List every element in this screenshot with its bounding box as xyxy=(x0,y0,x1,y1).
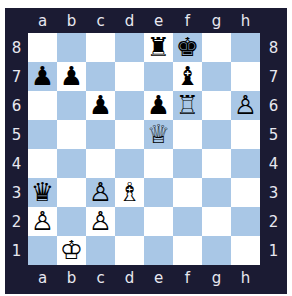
square-b5[interactable] xyxy=(57,120,86,149)
square-a4[interactable] xyxy=(28,149,57,178)
piece-white-rook-f6[interactable]: ♖ xyxy=(176,91,199,120)
rank-label-2: 2 xyxy=(5,207,28,236)
square-b1[interactable]: ♔ xyxy=(57,236,86,265)
square-f4[interactable] xyxy=(173,149,202,178)
rank-label-7: 7 xyxy=(260,62,287,91)
square-c4[interactable] xyxy=(86,149,115,178)
file-label-c: c xyxy=(86,8,115,33)
square-f6[interactable]: ♖ xyxy=(173,91,202,120)
piece-black-rook-e8[interactable]: ♜ xyxy=(147,33,170,62)
rank-label-3: 3 xyxy=(5,178,28,207)
rank-label-8: 8 xyxy=(5,33,28,62)
square-d2[interactable] xyxy=(115,207,144,236)
piece-black-pawn-e6[interactable]: ♟ xyxy=(147,91,170,120)
rank-label-5: 5 xyxy=(260,120,287,149)
rank-label-2: 2 xyxy=(260,207,287,236)
square-c1[interactable] xyxy=(86,236,115,265)
square-a6[interactable] xyxy=(28,91,57,120)
rank-label-3: 3 xyxy=(260,178,287,207)
square-e5[interactable]: ♕ xyxy=(144,120,173,149)
rank-label-6: 6 xyxy=(5,91,28,120)
square-b6[interactable] xyxy=(57,91,86,120)
square-h3[interactable] xyxy=(231,178,260,207)
file-label-f: f xyxy=(173,265,202,294)
rank-label-6: 6 xyxy=(260,91,287,120)
rank-label-4: 4 xyxy=(5,149,28,178)
rank-label-1: 1 xyxy=(5,236,28,265)
piece-white-pawn-a2[interactable]: ♙ xyxy=(31,207,54,236)
square-g1[interactable] xyxy=(202,236,231,265)
square-d6[interactable] xyxy=(115,91,144,120)
rank-label-4: 4 xyxy=(260,149,287,178)
piece-white-king-b1[interactable]: ♔ xyxy=(60,236,83,265)
rank-label-8: 8 xyxy=(260,33,287,62)
square-e7[interactable] xyxy=(144,62,173,91)
square-g8[interactable] xyxy=(202,33,231,62)
square-f7[interactable]: ♝ xyxy=(173,62,202,91)
file-label-g: g xyxy=(202,8,231,33)
rank-label-7: 7 xyxy=(5,62,28,91)
square-b3[interactable] xyxy=(57,178,86,207)
square-d3[interactable]: ♗ xyxy=(115,178,144,207)
square-h4[interactable] xyxy=(231,149,260,178)
chess-board: ♜♚♟♟♝♟♟♖♙♕♛♙♗♙♙♔ xyxy=(28,33,260,265)
rank-labels-left: 87654321 xyxy=(5,33,28,265)
square-e1[interactable] xyxy=(144,236,173,265)
file-labels-bottom: abcdefgh xyxy=(28,265,260,294)
rank-label-1: 1 xyxy=(260,236,287,265)
file-label-e: e xyxy=(144,265,173,294)
square-e3[interactable] xyxy=(144,178,173,207)
square-c2[interactable]: ♙ xyxy=(86,207,115,236)
chess-diagram: abcdefgh 87654321 ♜♚♟♟♝♟♟♖♙♕♛♙♗♙♙♔ 87654… xyxy=(0,0,292,296)
file-label-c: c xyxy=(86,265,115,294)
piece-black-queen-a3[interactable]: ♛ xyxy=(31,178,54,207)
square-g7[interactable] xyxy=(202,62,231,91)
square-h7[interactable] xyxy=(231,62,260,91)
square-e4[interactable] xyxy=(144,149,173,178)
file-label-h: h xyxy=(231,8,260,33)
file-label-e: e xyxy=(144,8,173,33)
square-a1[interactable] xyxy=(28,236,57,265)
square-a3[interactable]: ♛ xyxy=(28,178,57,207)
square-g6[interactable] xyxy=(202,91,231,120)
square-a5[interactable] xyxy=(28,120,57,149)
square-f8[interactable]: ♚ xyxy=(173,33,202,62)
square-c3[interactable]: ♙ xyxy=(86,178,115,207)
square-e8[interactable]: ♜ xyxy=(144,33,173,62)
square-d8[interactable] xyxy=(115,33,144,62)
square-b4[interactable] xyxy=(57,149,86,178)
piece-black-bishop-f7[interactable]: ♝ xyxy=(176,62,199,91)
file-label-b: b xyxy=(57,8,86,33)
square-b8[interactable] xyxy=(57,33,86,62)
file-label-d: d xyxy=(115,265,144,294)
file-label-d: d xyxy=(115,8,144,33)
square-e6[interactable]: ♟ xyxy=(144,91,173,120)
rank-label-5: 5 xyxy=(5,120,28,149)
piece-black-pawn-a7[interactable]: ♟ xyxy=(31,62,54,91)
square-h6[interactable]: ♙ xyxy=(231,91,260,120)
square-f5[interactable] xyxy=(173,120,202,149)
piece-white-pawn-c3[interactable]: ♙ xyxy=(89,178,112,207)
square-g2[interactable] xyxy=(202,207,231,236)
piece-white-pawn-h6[interactable]: ♙ xyxy=(234,91,257,120)
piece-white-bishop-d3[interactable]: ♗ xyxy=(118,178,141,207)
square-f3[interactable] xyxy=(173,178,202,207)
square-b2[interactable] xyxy=(57,207,86,236)
board-frame: abcdefgh 87654321 ♜♚♟♟♝♟♟♖♙♕♛♙♗♙♙♔ 87654… xyxy=(5,8,287,294)
square-f2[interactable] xyxy=(173,207,202,236)
square-b7[interactable]: ♟ xyxy=(57,62,86,91)
square-h5[interactable] xyxy=(231,120,260,149)
file-label-f: f xyxy=(173,8,202,33)
square-e2[interactable] xyxy=(144,207,173,236)
piece-black-pawn-c6[interactable]: ♟ xyxy=(89,91,112,120)
square-a8[interactable] xyxy=(28,33,57,62)
square-g5[interactable] xyxy=(202,120,231,149)
file-labels-top: abcdefgh xyxy=(28,8,260,33)
file-label-a: a xyxy=(28,8,57,33)
square-c6[interactable]: ♟ xyxy=(86,91,115,120)
square-a2[interactable]: ♙ xyxy=(28,207,57,236)
square-d7[interactable] xyxy=(115,62,144,91)
file-label-g: g xyxy=(202,265,231,294)
square-f1[interactable] xyxy=(173,236,202,265)
square-c5[interactable] xyxy=(86,120,115,149)
square-c8[interactable] xyxy=(86,33,115,62)
piece-black-king-f8[interactable]: ♚ xyxy=(176,33,199,62)
square-d4[interactable] xyxy=(115,149,144,178)
file-label-a: a xyxy=(28,265,57,294)
square-g4[interactable] xyxy=(202,149,231,178)
rank-labels-right: 87654321 xyxy=(260,33,287,265)
piece-black-pawn-b7[interactable]: ♟ xyxy=(60,62,83,91)
square-c7[interactable] xyxy=(86,62,115,91)
file-label-h: h xyxy=(231,265,260,294)
square-d5[interactable] xyxy=(115,120,144,149)
square-h1[interactable] xyxy=(231,236,260,265)
square-d1[interactable] xyxy=(115,236,144,265)
square-h8[interactable] xyxy=(231,33,260,62)
square-g3[interactable] xyxy=(202,178,231,207)
square-a7[interactable]: ♟ xyxy=(28,62,57,91)
file-label-b: b xyxy=(57,265,86,294)
piece-white-pawn-c2[interactable]: ♙ xyxy=(89,207,112,236)
piece-white-queen-e5[interactable]: ♕ xyxy=(147,120,170,149)
square-h2[interactable] xyxy=(231,207,260,236)
